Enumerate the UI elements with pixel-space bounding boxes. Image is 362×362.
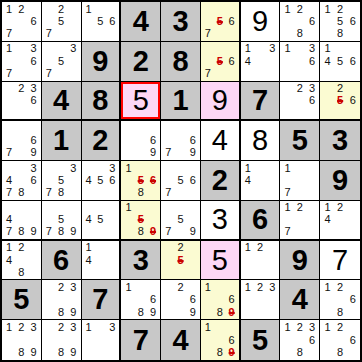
empty-candidate-slot [242, 266, 254, 278]
cell-r1c5[interactable]: 3 [161, 2, 201, 42]
empty-candidate-slot [294, 94, 306, 106]
solved-digit: 4 [212, 126, 228, 155]
candidate-6: 6 [346, 334, 359, 347]
cell-r2c4[interactable]: 2 [121, 42, 161, 82]
empty-candidate-slot [147, 187, 159, 199]
given-digit: 3 [332, 126, 348, 155]
candidate-3: 3 [106, 162, 118, 174]
empty-candidate-slot [28, 214, 40, 226]
candidate-5: 5 [334, 15, 347, 27]
cell-r5c1[interactable]: 34678 [2, 161, 42, 201]
empty-candidate-slot [162, 294, 174, 306]
empty-candidate-slot [67, 187, 79, 199]
cell-r6c2[interactable]: 5789 [42, 201, 82, 241]
candidate-1: 1 [281, 321, 293, 334]
pencil-marks: 12389 [2, 320, 41, 360]
cell-r5c4[interactable]: 1568 [121, 161, 161, 201]
empty-candidate-slot [162, 162, 174, 174]
empty-candidate-slot [122, 135, 134, 147]
pencil-marks: 34678 [2, 161, 41, 200]
empty-candidate-slot [28, 106, 40, 118]
pencil-marks: 25 [161, 241, 200, 280]
candidate-6: 6 [306, 15, 318, 27]
empty-candidate-slot [106, 334, 118, 347]
cell-r6c5[interactable]: 579 [161, 201, 201, 241]
cell-r1c7[interactable]: 9 [241, 2, 281, 42]
candidate-2: 2 [254, 281, 266, 293]
cell-r8c6[interactable]: 1689 [201, 280, 241, 320]
cell-r9c3[interactable]: 13 [82, 320, 122, 360]
cell-r1c2[interactable]: 257 [42, 2, 82, 42]
empty-candidate-slot [334, 214, 347, 226]
candidate-4: 4 [242, 55, 254, 67]
empty-candidate-slot [226, 67, 238, 79]
empty-candidate-slot [334, 334, 347, 347]
candidate-2: 2 [334, 83, 347, 95]
empty-candidate-slot [321, 83, 334, 95]
given-digit: 9 [292, 246, 308, 275]
pencil-marks: 256 [320, 82, 360, 120]
empty-candidate-slot [55, 202, 67, 214]
candidate-8: 8 [334, 306, 347, 318]
cell-r2c6[interactable]: 567 [201, 42, 241, 82]
empty-candidate-slot [28, 266, 40, 278]
empty-candidate-slot [83, 346, 95, 359]
candidate-2: 2 [15, 242, 27, 254]
candidate-3: 3 [28, 321, 40, 334]
empty-candidate-slot [43, 334, 55, 347]
empty-candidate-slot [254, 162, 266, 174]
empty-candidate-slot [346, 83, 359, 95]
empty-candidate-slot [202, 346, 214, 359]
empty-candidate-slot [294, 174, 306, 186]
candidate-7: 7 [3, 67, 15, 79]
cell-r7c7[interactable]: 12 [241, 241, 281, 281]
empty-candidate-slot [122, 294, 134, 306]
cell-r1c3[interactable]: 156 [82, 2, 122, 42]
candidate-9: 9 [28, 226, 40, 238]
cell-r7c3[interactable]: 14 [82, 241, 122, 281]
candidate-6: 6 [306, 94, 318, 106]
cell-r3c3[interactable]: 8 [82, 82, 122, 122]
cell-r5c3[interactable]: 3456 [82, 161, 122, 201]
cell-r8c3[interactable]: 7 [82, 280, 122, 320]
cell-r2c2[interactable]: 357 [42, 42, 82, 82]
empty-candidate-slot [28, 242, 40, 254]
empty-candidate-slot [266, 162, 278, 174]
candidate-2: 2 [334, 321, 347, 334]
empty-candidate-slot [266, 254, 278, 266]
empty-candidate-slot [294, 187, 306, 199]
candidate-8: 8 [135, 226, 147, 238]
empty-candidate-slot [15, 174, 27, 186]
candidate-2: 2 [254, 242, 266, 254]
empty-candidate-slot [242, 306, 254, 318]
empty-candidate-slot [174, 162, 186, 174]
cell-r6c3[interactable]: 45 [82, 201, 122, 241]
candidate-2: 2 [55, 281, 67, 293]
cell-r7c2[interactable]: 6 [42, 241, 82, 281]
cell-r4c5[interactable]: 679 [161, 121, 201, 161]
empty-candidate-slot [254, 67, 266, 79]
empty-candidate-slot [3, 266, 15, 278]
empty-candidate-slot [122, 187, 134, 199]
candidate-3: 3 [266, 43, 278, 55]
cell-r2c8[interactable]: 136 [280, 42, 320, 82]
empty-candidate-slot [106, 254, 118, 266]
empty-candidate-slot [214, 334, 226, 347]
cell-r8c7[interactable]: 123 [241, 280, 281, 320]
empty-candidate-slot [294, 15, 306, 27]
empty-candidate-slot [346, 3, 359, 15]
cell-r3c7[interactable]: 7 [241, 82, 281, 122]
empty-candidate-slot [346, 106, 359, 118]
empty-candidate-slot [266, 242, 278, 254]
given-digit: 2 [212, 166, 228, 195]
cell-r6c9[interactable]: 124 [320, 201, 360, 241]
empty-candidate-slot [202, 306, 214, 318]
candidate-1: 1 [281, 43, 293, 55]
empty-candidate-slot [214, 321, 226, 334]
cell-r3c1[interactable]: 236 [2, 82, 42, 122]
crossed-candidate-9: 9 [147, 226, 159, 238]
candidate-1: 1 [122, 162, 134, 174]
cell-r6c1[interactable]: 4789 [2, 201, 42, 241]
cell-r2c3[interactable]: 9 [82, 42, 122, 82]
cell-r8c9[interactable]: 1268 [320, 280, 360, 320]
candidate-7: 7 [162, 147, 174, 159]
pencil-marks: 1268 [320, 320, 360, 360]
pencil-marks: 124 [320, 201, 360, 239]
empty-candidate-slot [15, 94, 27, 106]
empty-candidate-slot [281, 15, 293, 27]
cell-r9c1[interactable]: 12389 [2, 320, 42, 360]
empty-candidate-slot [306, 28, 318, 40]
empty-candidate-slot [28, 202, 40, 214]
given-digit: 6 [53, 246, 69, 275]
empty-candidate-slot [94, 226, 106, 238]
cell-r5c5[interactable]: 567 [161, 161, 201, 201]
candidate-7: 7 [3, 147, 15, 159]
empty-candidate-slot [281, 94, 293, 106]
given-digit: 4 [53, 86, 69, 115]
given-digit: 3 [172, 7, 188, 36]
cell-r7c5[interactable]: 25 [161, 241, 201, 281]
candidate-2: 2 [334, 281, 347, 293]
empty-candidate-slot [67, 202, 79, 214]
cell-r4c4[interactable]: 69 [121, 121, 161, 161]
candidate-6: 6 [106, 174, 118, 186]
candidate-2: 2 [294, 3, 306, 15]
empty-candidate-slot [254, 55, 266, 67]
pencil-marks: 567 [201, 42, 239, 81]
pencil-marks: 567 [161, 161, 200, 200]
candidate-6: 6 [28, 135, 40, 147]
pencil-marks: 679 [2, 121, 41, 160]
crossed-candidate-5: 5 [214, 55, 226, 67]
cell-r9c4[interactable]: 7 [121, 320, 161, 360]
cell-r9c6[interactable]: 1689 [201, 320, 241, 360]
empty-candidate-slot [67, 334, 79, 347]
pencil-marks: 679 [161, 121, 200, 160]
empty-candidate-slot [106, 187, 118, 199]
pencil-marks: 45 [82, 201, 120, 239]
candidate-9: 9 [187, 306, 199, 318]
candidate-8: 8 [15, 266, 27, 278]
cell-r3c2[interactable]: 4 [42, 82, 82, 122]
given-digit: 1 [53, 126, 69, 155]
candidate-4: 4 [321, 214, 334, 226]
empty-candidate-slot [214, 294, 226, 306]
candidate-2: 2 [334, 3, 347, 15]
candidate-8: 8 [15, 226, 27, 238]
cell-r8c5[interactable]: 269 [161, 280, 201, 320]
empty-candidate-slot [254, 306, 266, 318]
candidate-6: 6 [346, 15, 359, 27]
cell-r3c8[interactable]: 236 [280, 82, 320, 122]
pencil-marks: 1268 [280, 2, 319, 41]
empty-candidate-slot [67, 55, 79, 67]
cell-r6c7[interactable]: 6 [241, 201, 281, 241]
candidate-4: 4 [83, 174, 95, 186]
candidate-6: 6 [28, 55, 40, 67]
empty-candidate-slot [254, 254, 266, 266]
candidate-1: 1 [83, 242, 95, 254]
empty-candidate-slot [334, 226, 347, 238]
cell-r3c4[interactable]: 5 [121, 82, 161, 122]
empty-candidate-slot [67, 28, 79, 40]
pencil-marks: 3578 [42, 161, 81, 200]
cell-r2c1[interactable]: 1367 [2, 42, 42, 82]
candidate-8: 8 [214, 306, 226, 318]
solved-digit: 9 [212, 86, 228, 115]
cell-r1c1[interactable]: 1267 [2, 2, 42, 42]
empty-candidate-slot [147, 202, 159, 214]
candidate-2: 2 [294, 202, 306, 214]
cell-r1c4[interactable]: 4 [121, 2, 161, 42]
empty-candidate-slot [306, 202, 318, 214]
candidate-2: 2 [294, 321, 306, 334]
empty-candidate-slot [174, 294, 186, 306]
candidate-5: 5 [94, 174, 106, 186]
cell-r6c8[interactable]: 127 [280, 201, 320, 241]
cell-r4c2[interactable]: 1 [42, 121, 82, 161]
candidate-1: 1 [83, 3, 95, 15]
cell-r8c8[interactable]: 4 [280, 280, 320, 320]
candidate-1: 1 [321, 321, 334, 334]
cell-r1c9[interactable]: 12568 [320, 2, 360, 42]
cell-r4c7[interactable]: 8 [241, 121, 281, 161]
candidate-9: 9 [28, 346, 40, 359]
empty-candidate-slot [294, 43, 306, 55]
cell-r6c4[interactable]: 1589 [121, 201, 161, 241]
empty-candidate-slot [321, 306, 334, 318]
empty-candidate-slot [55, 334, 67, 347]
candidate-7: 7 [3, 187, 15, 199]
empty-candidate-slot [254, 174, 266, 186]
empty-candidate-slot [15, 106, 27, 118]
candidate-1: 1 [122, 202, 134, 214]
empty-candidate-slot [3, 122, 15, 134]
candidate-4: 4 [3, 214, 15, 226]
empty-candidate-slot [266, 266, 278, 278]
pencil-marks: 1689 [121, 280, 160, 319]
cell-r4c9[interactable]: 3 [320, 121, 360, 161]
cell-r9c5[interactable]: 4 [161, 320, 201, 360]
candidate-8: 8 [55, 226, 67, 238]
pencil-marks: 1689 [201, 320, 239, 360]
cell-r8c4[interactable]: 1689 [121, 280, 161, 320]
empty-candidate-slot [334, 294, 347, 306]
cell-r7c1[interactable]: 1248 [2, 241, 42, 281]
candidate-6: 6 [226, 334, 238, 347]
empty-candidate-slot [83, 162, 95, 174]
empty-candidate-slot [3, 135, 15, 147]
candidate-9: 9 [187, 147, 199, 159]
empty-candidate-slot [94, 242, 106, 254]
cell-r2c9[interactable]: 1456 [320, 42, 360, 82]
empty-candidate-slot [55, 28, 67, 40]
empty-candidate-slot [162, 254, 174, 266]
empty-candidate-slot [162, 281, 174, 293]
candidate-2: 2 [294, 83, 306, 95]
empty-candidate-slot [226, 281, 238, 293]
empty-candidate-slot [15, 334, 27, 347]
candidate-1: 1 [242, 43, 254, 55]
cell-r1c6[interactable]: 567 [201, 2, 241, 42]
empty-candidate-slot [346, 226, 359, 238]
candidate-6: 6 [147, 135, 159, 147]
empty-candidate-slot [106, 346, 118, 359]
empty-candidate-slot [334, 67, 347, 79]
given-digit: 4 [292, 285, 308, 314]
given-digit: 7 [92, 285, 108, 314]
pencil-marks: 123 [241, 280, 280, 319]
empty-candidate-slot [254, 266, 266, 278]
empty-candidate-slot [306, 214, 318, 226]
empty-candidate-slot [242, 67, 254, 79]
pencil-marks: 1267 [2, 2, 41, 41]
empty-candidate-slot [254, 43, 266, 55]
cell-r7c8[interactable]: 9 [280, 241, 320, 281]
empty-candidate-slot [281, 106, 293, 118]
cell-r6c6[interactable]: 3 [201, 201, 241, 241]
cell-r9c7[interactable]: 5 [241, 320, 281, 360]
cell-r8c2[interactable]: 2389 [42, 280, 82, 320]
empty-candidate-slot [55, 43, 67, 55]
empty-candidate-slot [83, 266, 95, 278]
candidate-5: 5 [55, 214, 67, 226]
empty-candidate-slot [15, 162, 27, 174]
empty-candidate-slot [266, 306, 278, 318]
empty-candidate-slot [147, 281, 159, 293]
candidate-6: 6 [346, 94, 359, 106]
pencil-marks: 1689 [201, 280, 239, 319]
cell-r2c7[interactable]: 134 [241, 42, 281, 82]
cell-r5c8[interactable]: 17 [280, 161, 320, 201]
pencil-marks: 17 [280, 161, 319, 200]
candidate-1: 1 [321, 3, 334, 15]
cell-r5c2[interactable]: 3578 [42, 161, 82, 201]
candidate-7: 7 [3, 28, 15, 40]
candidate-1: 1 [321, 43, 334, 55]
cell-r4c6[interactable]: 4 [201, 121, 241, 161]
empty-candidate-slot [174, 306, 186, 318]
solved-digit: 8 [252, 126, 268, 155]
cell-r3c6[interactable]: 9 [201, 82, 241, 122]
cell-r3c9[interactable]: 256 [320, 82, 360, 122]
empty-candidate-slot [94, 3, 106, 15]
candidate-8: 8 [55, 187, 67, 199]
candidate-8: 8 [294, 346, 306, 359]
empty-candidate-slot [43, 3, 55, 15]
pencil-marks: 127 [280, 201, 319, 239]
empty-candidate-slot [43, 306, 55, 318]
cell-r4c8[interactable]: 5 [280, 121, 320, 161]
crossed-candidate-5: 5 [135, 174, 147, 186]
cell-r7c6[interactable]: 5 [201, 241, 241, 281]
cell-r1c8[interactable]: 1268 [280, 2, 320, 42]
cell-r5c9[interactable]: 9 [320, 161, 360, 201]
candidate-7: 7 [202, 67, 214, 79]
empty-candidate-slot [294, 334, 306, 347]
candidate-7: 7 [162, 187, 174, 199]
empty-candidate-slot [306, 226, 318, 238]
cell-r4c1[interactable]: 679 [2, 121, 42, 161]
cell-r9c2[interactable]: 2389 [42, 320, 82, 360]
cell-r7c4[interactable]: 3 [121, 241, 161, 281]
candidate-2: 2 [334, 202, 347, 214]
empty-candidate-slot [43, 15, 55, 27]
empty-candidate-slot [214, 67, 226, 79]
pencil-marks: 5789 [42, 201, 81, 239]
empty-candidate-slot [3, 202, 15, 214]
cell-r8c1[interactable]: 5 [2, 280, 42, 320]
empty-candidate-slot [226, 28, 238, 40]
candidate-7: 7 [43, 226, 55, 238]
empty-candidate-slot [294, 55, 306, 67]
candidate-6: 6 [346, 55, 359, 67]
empty-candidate-slot [174, 266, 186, 278]
empty-candidate-slot [122, 122, 134, 134]
empty-candidate-slot [187, 266, 199, 278]
cell-r9c8[interactable]: 12368 [280, 320, 320, 360]
cell-r9c9[interactable]: 1268 [320, 320, 360, 360]
empty-candidate-slot [202, 15, 214, 27]
empty-candidate-slot [281, 28, 293, 40]
cell-r2c5[interactable]: 8 [161, 42, 201, 82]
given-digit: 8 [172, 47, 188, 76]
candidate-2: 2 [174, 242, 186, 254]
empty-candidate-slot [174, 135, 186, 147]
empty-candidate-slot [67, 214, 79, 226]
cell-r5c6[interactable]: 2 [201, 161, 241, 201]
candidate-8: 8 [15, 346, 27, 359]
cell-r5c7[interactable]: 14 [241, 161, 281, 201]
cell-r3c5[interactable]: 1 [161, 82, 201, 122]
empty-candidate-slot [147, 214, 159, 226]
empty-candidate-slot [334, 106, 347, 118]
candidate-6: 6 [28, 94, 40, 106]
empty-candidate-slot [122, 226, 134, 238]
cell-r4c3[interactable]: 2 [82, 121, 122, 161]
candidate-7: 7 [202, 28, 214, 40]
candidate-1: 1 [3, 43, 15, 55]
candidate-7: 7 [281, 226, 293, 238]
empty-candidate-slot [94, 202, 106, 214]
cell-r7c9[interactable]: 7 [320, 241, 360, 281]
empty-candidate-slot [306, 67, 318, 79]
